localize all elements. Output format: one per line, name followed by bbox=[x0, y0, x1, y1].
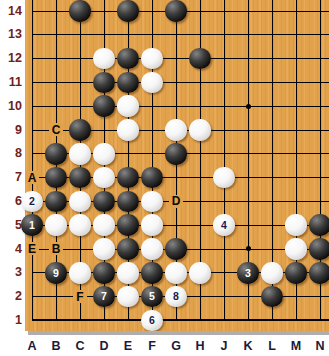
stone-white-C5 bbox=[69, 214, 91, 236]
row-label-12: 12 bbox=[0, 51, 22, 66]
stone-white-L3 bbox=[261, 262, 283, 284]
row-label-7: 7 bbox=[0, 170, 22, 185]
stone-black-E7 bbox=[117, 167, 139, 189]
stone-black-C7 bbox=[69, 167, 91, 189]
stone-black-E11 bbox=[117, 72, 139, 94]
stone-white-E2 bbox=[117, 286, 139, 308]
stone-white-M5 bbox=[285, 214, 307, 236]
stone-black-C9 bbox=[69, 119, 91, 141]
stone-black-M3 bbox=[285, 262, 307, 284]
row-label-6: 6 bbox=[0, 194, 22, 209]
stone-white-D4 bbox=[93, 238, 115, 260]
stone-black-F3 bbox=[141, 262, 163, 284]
board-stones-grid: 214937586ABCDEF bbox=[20, 0, 329, 332]
move-number: 9 bbox=[53, 268, 59, 279]
board-letter-A-A7: A bbox=[25, 171, 39, 184]
stone-black-N5 bbox=[309, 214, 329, 236]
col-label-K: K bbox=[238, 338, 258, 354]
move-number: 3 bbox=[245, 268, 251, 279]
board-letter-D-G6: D bbox=[169, 195, 183, 208]
move-number: 5 bbox=[149, 291, 155, 302]
go-board[interactable]: 214937586ABCDEF bbox=[25, 0, 329, 331]
stone-black-D11 bbox=[93, 72, 115, 94]
stone-black-E12 bbox=[117, 48, 139, 70]
stone-black-B8 bbox=[45, 143, 67, 165]
col-label-D: D bbox=[94, 338, 114, 354]
row-label-3: 3 bbox=[0, 265, 22, 280]
stone-white-A6: 2 bbox=[21, 191, 43, 213]
stone-black-F2: 5 bbox=[141, 286, 163, 308]
board-letter-F-C2: F bbox=[73, 290, 87, 303]
stone-black-K3: 3 bbox=[237, 262, 259, 284]
stone-white-F12 bbox=[141, 48, 163, 70]
row-label-9: 9 bbox=[0, 123, 22, 138]
stone-black-A5: 1 bbox=[21, 214, 43, 236]
stone-black-C14 bbox=[69, 0, 91, 22]
stone-white-G2: 8 bbox=[165, 286, 187, 308]
stone-white-E9 bbox=[117, 119, 139, 141]
stone-white-F1: 6 bbox=[141, 310, 163, 332]
col-label-J: J bbox=[214, 338, 234, 354]
stone-white-M4 bbox=[285, 238, 307, 260]
stone-black-G14 bbox=[165, 0, 187, 22]
col-label-N: N bbox=[310, 338, 329, 354]
move-number: 7 bbox=[101, 291, 107, 302]
stone-black-E14 bbox=[117, 0, 139, 22]
col-label-H: H bbox=[190, 338, 210, 354]
stone-black-F7 bbox=[141, 167, 163, 189]
col-label-E: E bbox=[118, 338, 138, 354]
col-label-M: M bbox=[286, 338, 306, 354]
move-number: 8 bbox=[173, 291, 179, 302]
stone-white-C3 bbox=[69, 262, 91, 284]
stone-black-D6 bbox=[93, 191, 115, 213]
star-point-K4 bbox=[246, 246, 251, 251]
move-number: 1 bbox=[29, 220, 35, 231]
stone-white-F4 bbox=[141, 238, 163, 260]
row-label-4: 4 bbox=[0, 242, 22, 257]
board-letter-B-B4: B bbox=[49, 242, 63, 255]
board-letter-E-A4: E bbox=[25, 242, 39, 255]
row-label-2: 2 bbox=[0, 289, 22, 304]
stone-white-E10 bbox=[117, 95, 139, 117]
col-label-L: L bbox=[262, 338, 282, 354]
board-letter-C-B9: C bbox=[49, 123, 63, 136]
row-label-8: 8 bbox=[0, 146, 22, 161]
stone-white-H9 bbox=[189, 119, 211, 141]
stone-black-E5 bbox=[117, 214, 139, 236]
stone-white-J7 bbox=[213, 167, 235, 189]
stone-white-F6 bbox=[141, 191, 163, 213]
stone-black-B3: 9 bbox=[45, 262, 67, 284]
stone-black-N3 bbox=[309, 262, 329, 284]
col-label-A: A bbox=[22, 338, 42, 354]
row-label-13: 13 bbox=[0, 27, 22, 42]
stone-white-D5 bbox=[93, 214, 115, 236]
col-label-B: B bbox=[46, 338, 66, 354]
stone-black-G4 bbox=[165, 238, 187, 260]
row-label-14: 14 bbox=[0, 4, 22, 19]
stone-white-D7 bbox=[93, 167, 115, 189]
row-label-11: 11 bbox=[0, 75, 22, 90]
row-label-1: 1 bbox=[0, 313, 22, 328]
stone-black-G8 bbox=[165, 143, 187, 165]
stone-black-H12 bbox=[189, 48, 211, 70]
stone-black-D10 bbox=[93, 95, 115, 117]
stone-black-D3 bbox=[93, 262, 115, 284]
stone-white-J5: 4 bbox=[213, 214, 235, 236]
stone-white-D12 bbox=[93, 48, 115, 70]
stone-white-G3 bbox=[165, 262, 187, 284]
stone-white-C6 bbox=[69, 191, 91, 213]
go-diagram-page: 214937586ABCDEF 1413121110987654321 ABCD… bbox=[0, 0, 329, 356]
stone-white-F5 bbox=[141, 214, 163, 236]
stone-white-G9 bbox=[165, 119, 187, 141]
star-point-K10 bbox=[246, 104, 251, 109]
stone-white-F11 bbox=[141, 72, 163, 94]
stone-black-N4 bbox=[309, 238, 329, 260]
stone-white-B5 bbox=[45, 214, 67, 236]
stone-black-D2: 7 bbox=[93, 286, 115, 308]
stone-black-E4 bbox=[117, 238, 139, 260]
stone-black-B6 bbox=[45, 191, 67, 213]
stone-black-B7 bbox=[45, 167, 67, 189]
col-label-F: F bbox=[142, 338, 162, 354]
move-number: 4 bbox=[221, 220, 227, 231]
move-number: 6 bbox=[149, 315, 155, 326]
stone-white-H3 bbox=[189, 262, 211, 284]
stone-black-L2 bbox=[261, 286, 283, 308]
stone-black-E6 bbox=[117, 191, 139, 213]
row-label-5: 5 bbox=[0, 218, 22, 233]
stone-white-C8 bbox=[69, 143, 91, 165]
stone-white-D8 bbox=[93, 143, 115, 165]
stone-white-E3 bbox=[117, 262, 139, 284]
move-number: 2 bbox=[29, 196, 35, 207]
row-label-10: 10 bbox=[0, 99, 22, 114]
col-label-G: G bbox=[166, 338, 186, 354]
col-label-C: C bbox=[70, 338, 90, 354]
